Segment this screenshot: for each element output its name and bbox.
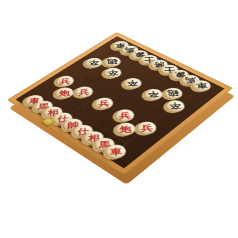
piece-red-soldier-c[interactable]: 兵 (91, 95, 117, 111)
piece-black-soldier-b[interactable]: 卒 (101, 66, 125, 81)
piece-black-soldier-a[interactable]: 卒 (82, 56, 106, 70)
piece-glyph: 砲 (104, 56, 121, 67)
scene: 楚河漢界 車馬象士砲卒將士卒象兵馬卒車兵炮砲卒車兵馬卒相兵仕帥兵炮仕相馬車 (0, 0, 238, 238)
piece-red-cannon-a[interactable]: 炮 (52, 85, 77, 101)
piece-red-soldier-e[interactable]: 兵 (133, 119, 160, 137)
piece-black-soldier-c[interactable]: 卒 (120, 76, 145, 91)
xiangqi-board: 楚河漢界 車馬象士砲卒將士卒象兵馬卒車兵炮砲卒車兵馬卒相兵仕帥兵炮仕相馬車 (7, 32, 233, 175)
piece-glyph: 卒 (144, 88, 163, 100)
piece-glyph: 卒 (165, 100, 185, 113)
product-photo: 楚河漢界 車馬象士砲卒將士卒象兵馬卒車兵炮砲卒車兵馬卒相兵仕帥兵炮仕相馬車 (0, 0, 238, 238)
piece-glyph: 兵 (137, 121, 157, 135)
piece-glyph: 車 (106, 144, 127, 159)
piece-glyph: 砲 (164, 87, 184, 99)
piece-glyph: 兵 (75, 86, 93, 98)
piece-glyph: 卒 (123, 78, 141, 90)
piece-glyph: 炮 (116, 122, 136, 136)
piece-glyph: 兵 (56, 75, 74, 86)
piece-glyph: 炮 (55, 87, 73, 99)
piece-black-chariot-b[interactable]: 車 (189, 78, 214, 93)
piece-black-soldier-d[interactable]: 卒 (141, 87, 167, 103)
piece-red-chariot-b[interactable]: 車 (102, 142, 130, 162)
piece-red-cannon-b[interactable]: 炮 (112, 120, 139, 138)
piece-glyph: 卒 (85, 57, 102, 68)
piece-glyph: 車 (192, 80, 212, 92)
pieces-layer: 車馬象士砲卒將士卒象兵馬卒車兵炮砲卒車兵馬卒相兵仕帥兵炮仕相馬車 (7, 32, 233, 175)
piece-black-soldier-e[interactable]: 卒 (162, 98, 188, 115)
piece-glyph: 兵 (115, 109, 134, 122)
piece-red-soldier-b[interactable]: 兵 (71, 84, 96, 100)
piece-glyph: 兵 (95, 97, 114, 110)
piece-glyph: 卒 (104, 67, 122, 78)
